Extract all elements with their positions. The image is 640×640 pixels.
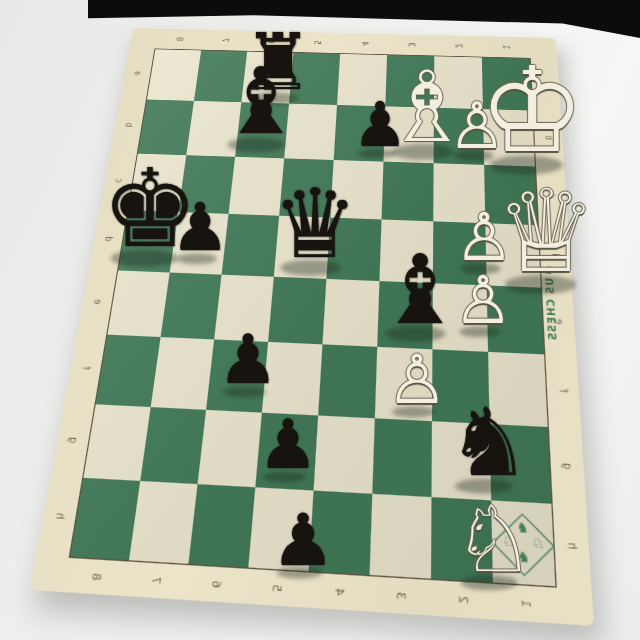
rank-label-bottom-5: 5: [271, 584, 283, 592]
square-g4: [314, 415, 375, 494]
square-b1: [483, 109, 535, 166]
square-g1: [490, 424, 552, 504]
square-g5: [255, 412, 318, 490]
rank-label-top-2: 2: [454, 43, 463, 48]
rank-label-bottom-4: 4: [332, 588, 344, 596]
file-label-right-g: g: [561, 462, 573, 470]
square-a7: [194, 50, 247, 102]
square-f6: [206, 340, 268, 412]
square-c8: [128, 153, 186, 212]
square-f3: [375, 347, 433, 421]
square-c7: [178, 155, 235, 214]
square-d7: [170, 212, 229, 275]
us-chess-logo-text: US CHESS: [543, 277, 559, 341]
square-a1: [482, 57, 532, 110]
square-f4: [318, 345, 377, 418]
rank-label-bottom-2: 2: [457, 595, 469, 604]
square-e4: [322, 279, 379, 347]
square-b8: [138, 100, 194, 155]
square-d5: [274, 215, 330, 278]
file-label-left-h: h: [53, 513, 65, 521]
square-c2: [433, 163, 485, 223]
square-a5: [289, 53, 340, 105]
square-g6: [198, 409, 262, 487]
square-e2: [432, 283, 488, 352]
rank-label-top-6: 6: [266, 39, 275, 44]
us-chess-logo: ♞US CHESS: [540, 246, 572, 362]
file-label-left-f: f: [80, 366, 91, 370]
square-a4: [337, 54, 387, 107]
rank-label-top-7: 7: [220, 38, 229, 43]
rank-label-bottom-1: 1: [520, 599, 532, 608]
file-label-left-a: a: [133, 71, 143, 76]
square-d3: [379, 219, 433, 283]
square-e1: [487, 285, 544, 354]
square-c1: [484, 164, 538, 224]
knight-icon: ♞: [513, 548, 535, 570]
file-label-right-f: f: [557, 389, 568, 393]
square-f7: [151, 337, 214, 409]
square-a3: [385, 55, 434, 108]
rank-label-top-1: 1: [502, 45, 511, 50]
square-f2: [432, 350, 490, 424]
file-label-left-c: c: [114, 178, 124, 183]
square-e8: [107, 270, 169, 337]
square-c3: [382, 161, 434, 221]
square-d1: [485, 223, 541, 288]
square-d8: [118, 210, 178, 273]
rank-label-bottom-7: 7: [149, 576, 161, 584]
square-e5: [268, 277, 326, 345]
square-e3: [377, 281, 433, 350]
square-d4: [326, 217, 381, 281]
square-h6: [188, 484, 255, 568]
rank-label-bottom-3: 3: [394, 591, 406, 600]
file-label-right-h: h: [566, 542, 578, 550]
square-f5: [262, 342, 323, 415]
square-h7: [129, 481, 198, 564]
file-label-left-e: e: [92, 299, 103, 305]
rank-label-top-5: 5: [313, 40, 322, 45]
square-c5: [279, 158, 334, 217]
rank-label-top-3: 3: [407, 42, 416, 47]
knight-icon: ♞: [541, 263, 557, 278]
square-g8: [83, 404, 150, 481]
square-e7: [161, 273, 222, 340]
square-h2: [431, 497, 493, 583]
square-a2: [434, 56, 483, 109]
rank-label-bottom-8: 8: [89, 573, 102, 581]
square-a6: [241, 52, 293, 104]
square-f1: [488, 352, 548, 426]
square-b2: [434, 108, 484, 164]
square-h4: [309, 490, 373, 575]
file-label-left-b: b: [123, 123, 133, 128]
board-border: [69, 48, 557, 587]
rank-label-top-4: 4: [360, 41, 369, 46]
square-b3: [383, 107, 433, 163]
file-label-left-g: g: [67, 436, 79, 443]
square-h5: [248, 487, 313, 571]
square-b6: [235, 102, 289, 158]
rank-label-bottom-6: 6: [210, 580, 222, 588]
file-label-right-b: b: [544, 135, 554, 140]
square-b7: [186, 101, 241, 156]
file-label-right-a: a: [541, 82, 551, 87]
square-e6: [214, 275, 274, 343]
square-f8: [96, 335, 161, 407]
file-label-left-d: d: [103, 236, 114, 242]
square-d6: [222, 214, 280, 277]
square-c6: [229, 156, 285, 215]
square-b4: [334, 105, 386, 161]
square-g7: [140, 406, 206, 483]
square-a8: [147, 49, 201, 101]
square-d2: [433, 221, 487, 285]
chessboard-grid: [70, 49, 555, 586]
rank-label-top-8: 8: [174, 37, 183, 42]
file-label-right-c: c: [547, 193, 557, 198]
square-b5: [284, 104, 337, 160]
square-g3: [372, 418, 432, 497]
square-g2: [431, 421, 491, 500]
square-h3: [370, 493, 432, 578]
square-c4: [330, 160, 383, 220]
